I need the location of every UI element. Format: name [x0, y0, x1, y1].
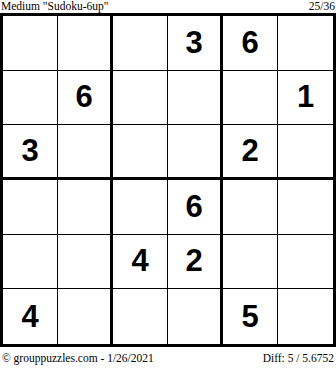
puzzle-title: Medium "Sudoku-6up" [1, 0, 108, 12]
cell-r2c2[interactable]: 6 [58, 71, 113, 126]
cell-r2c4[interactable] [168, 71, 223, 126]
cell-r6c6[interactable] [278, 289, 333, 344]
cell-r6c3[interactable] [113, 289, 168, 344]
cell-r2c6[interactable]: 1 [278, 71, 333, 126]
cell-r3c6[interactable] [278, 125, 333, 180]
cell-r2c1[interactable] [3, 71, 58, 126]
cell-r4c4[interactable]: 6 [168, 180, 223, 235]
cell-r1c3[interactable] [113, 16, 168, 71]
cell-r6c5[interactable]: 5 [223, 289, 278, 344]
cell-r3c1[interactable]: 3 [3, 125, 58, 180]
cell-r5c4[interactable]: 2 [168, 235, 223, 290]
cell-r1c2[interactable] [58, 16, 113, 71]
cell-r4c6[interactable] [278, 180, 333, 235]
cell-r4c2[interactable] [58, 180, 113, 235]
cell-r6c4[interactable] [168, 289, 223, 344]
cell-r5c3[interactable]: 4 [113, 235, 168, 290]
cell-r3c4[interactable] [168, 125, 223, 180]
cell-r2c5[interactable] [223, 71, 278, 126]
cell-r3c5[interactable]: 2 [223, 125, 278, 180]
cell-r3c2[interactable] [58, 125, 113, 180]
cell-r3c3[interactable] [113, 125, 168, 180]
cell-r5c1[interactable] [3, 235, 58, 290]
cell-r1c6[interactable] [278, 16, 333, 71]
footer: © grouppuzzles.com - 1/26/2021 Diff: 5 /… [0, 347, 336, 370]
cell-r5c5[interactable] [223, 235, 278, 290]
cell-r4c1[interactable] [3, 180, 58, 235]
cell-r6c2[interactable] [58, 289, 113, 344]
cell-r4c3[interactable] [113, 180, 168, 235]
cell-r5c6[interactable] [278, 235, 333, 290]
cell-r6c1[interactable]: 4 [3, 289, 58, 344]
cell-r1c5[interactable]: 6 [223, 16, 278, 71]
copyright-text: © grouppuzzles.com - 1/26/2021 [2, 352, 154, 364]
difficulty-text: Diff: 5 / 5.6752 [263, 352, 334, 364]
cell-r5c2[interactable] [58, 235, 113, 290]
cell-r1c1[interactable] [3, 16, 58, 71]
sudoku-page: Medium "Sudoku-6up" 25/36 36613264245 © … [0, 0, 336, 370]
cell-r4c5[interactable] [223, 180, 278, 235]
header: Medium "Sudoku-6up" 25/36 [0, 0, 336, 13]
cell-r2c3[interactable] [113, 71, 168, 126]
sudoku-board: 36613264245 [0, 13, 336, 347]
cell-r1c4[interactable]: 3 [168, 16, 223, 71]
cells-remaining-counter: 25/36 [309, 0, 335, 12]
